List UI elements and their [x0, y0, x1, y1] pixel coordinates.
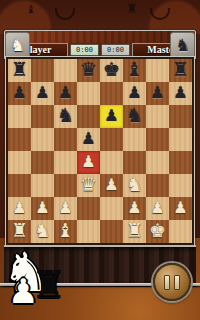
- black-pawn[interactable]: ♟: [35, 85, 49, 101]
- square-a1[interactable]: ♜: [8, 220, 31, 243]
- black-pawn[interactable]: ♟: [150, 85, 164, 101]
- app-logo: ♞ ♜ ♟: [2, 248, 86, 318]
- white-pawn[interactable]: ♟: [58, 200, 72, 216]
- square-f4[interactable]: [123, 151, 146, 174]
- square-h2[interactable]: ♟: [169, 197, 192, 220]
- square-h7[interactable]: ♟: [169, 82, 192, 105]
- square-f2[interactable]: ♟: [123, 197, 146, 220]
- white-rook[interactable]: ♜: [126, 221, 143, 240]
- square-f6[interactable]: ♞: [123, 105, 146, 128]
- square-h4[interactable]: [169, 151, 192, 174]
- square-h6[interactable]: [169, 105, 192, 128]
- square-g5[interactable]: [146, 128, 169, 151]
- banner-wood-strip: [27, 31, 173, 43]
- scroll-ornament: [55, 8, 75, 20]
- white-pawn[interactable]: ♟: [127, 200, 141, 216]
- square-f5[interactable]: [123, 128, 146, 151]
- white-bishop[interactable]: ♝: [57, 221, 74, 240]
- square-b8[interactable]: [31, 59, 54, 82]
- white-pawn[interactable]: ♟: [104, 177, 118, 193]
- square-d5[interactable]: ♟: [77, 128, 100, 151]
- player-info-banner: Player 0:00 0:00 Master ♞ ♞: [4, 30, 196, 60]
- white-player-clock: 0:00: [70, 44, 99, 56]
- square-f8[interactable]: ♝: [123, 59, 146, 82]
- square-d7[interactable]: [77, 82, 100, 105]
- top-ornament-strip: ♜ ♝: [0, 0, 200, 34]
- white-pawn[interactable]: ♟: [150, 200, 164, 216]
- square-e8[interactable]: ♚: [100, 59, 123, 82]
- square-g6[interactable]: [146, 105, 169, 128]
- square-f1[interactable]: ♜: [123, 220, 146, 243]
- white-knight-badge: ♞: [5, 32, 30, 59]
- black-rook[interactable]: ♜: [172, 60, 189, 79]
- black-queen[interactable]: ♛: [80, 60, 97, 79]
- square-d2[interactable]: [77, 197, 100, 220]
- square-c2[interactable]: ♟: [54, 197, 77, 220]
- white-knight-icon: ♞: [10, 37, 25, 54]
- square-d1[interactable]: [77, 220, 100, 243]
- square-c4[interactable]: [54, 151, 77, 174]
- black-knight[interactable]: ♞: [126, 106, 143, 125]
- black-knight-badge: ♞: [170, 32, 195, 59]
- square-d6[interactable]: [77, 105, 100, 128]
- black-king[interactable]: ♚: [103, 60, 120, 79]
- square-b5[interactable]: [31, 128, 54, 151]
- square-c6[interactable]: ♞: [54, 105, 77, 128]
- square-a4[interactable]: [8, 151, 31, 174]
- square-c3[interactable]: [54, 174, 77, 197]
- board-frame: ♜♛♚♝♜♟♟♟♟♟♟♞♟♞♟♟♛♟♞♟♟♟♟♟♟♜♞♝♜♚: [6, 57, 194, 245]
- square-g4[interactable]: [146, 151, 169, 174]
- square-a3[interactable]: [8, 174, 31, 197]
- square-b2[interactable]: ♟: [31, 197, 54, 220]
- square-b6[interactable]: [31, 105, 54, 128]
- square-b1[interactable]: ♞: [31, 220, 54, 243]
- square-h3[interactable]: [169, 174, 192, 197]
- black-player-clock: 0:00: [101, 44, 130, 56]
- square-a5[interactable]: [8, 128, 31, 151]
- square-g3[interactable]: [146, 174, 169, 197]
- white-knight[interactable]: ♞: [34, 221, 51, 240]
- pause-button[interactable]: [153, 263, 191, 301]
- black-pawn[interactable]: ♟: [12, 85, 26, 101]
- square-a8[interactable]: ♜: [8, 59, 31, 82]
- square-e5[interactable]: [100, 128, 123, 151]
- white-rook[interactable]: ♜: [11, 221, 28, 240]
- black-pawn[interactable]: ♟: [127, 85, 141, 101]
- square-g8[interactable]: [146, 59, 169, 82]
- square-g1[interactable]: ♚: [146, 220, 169, 243]
- square-e2[interactable]: [100, 197, 123, 220]
- decor-rook-icon: ♜: [126, 1, 138, 16]
- white-knight[interactable]: ♞: [126, 175, 143, 194]
- square-d4[interactable]: ♟: [77, 151, 100, 174]
- black-rook[interactable]: ♜: [11, 60, 28, 79]
- black-knight[interactable]: ♞: [57, 106, 74, 125]
- square-f3[interactable]: ♞: [123, 174, 146, 197]
- square-g7[interactable]: ♟: [146, 82, 169, 105]
- square-a7[interactable]: ♟: [8, 82, 31, 105]
- square-e3[interactable]: ♟: [100, 174, 123, 197]
- square-c8[interactable]: [54, 59, 77, 82]
- chess-board[interactable]: ♜♛♚♝♜♟♟♟♟♟♟♞♟♞♟♟♛♟♞♟♟♟♟♟♟♜♞♝♜♚: [8, 59, 192, 243]
- white-king[interactable]: ♚: [149, 221, 166, 240]
- chess-app-screen: ♜ ♝ Player 0:00 0:00 Master ♞ ♞ ♜♛♚♝♜♟♟♟…: [0, 0, 200, 320]
- square-b3[interactable]: [31, 174, 54, 197]
- square-d8[interactable]: ♛: [77, 59, 100, 82]
- black-pawn[interactable]: ♟: [104, 108, 118, 124]
- square-h8[interactable]: ♜: [169, 59, 192, 82]
- square-b7[interactable]: ♟: [31, 82, 54, 105]
- black-knight-icon: ♞: [175, 37, 190, 54]
- square-d3[interactable]: ♛: [77, 174, 100, 197]
- black-pawn[interactable]: ♟: [81, 131, 95, 147]
- logo-pawn-icon: ♟: [8, 274, 38, 308]
- white-pawn[interactable]: ♟: [81, 154, 95, 170]
- white-pawn[interactable]: ♟: [12, 200, 26, 216]
- square-a6[interactable]: [8, 105, 31, 128]
- square-a2[interactable]: ♟: [8, 197, 31, 220]
- scroll-ornament: [150, 8, 170, 20]
- white-pawn[interactable]: ♟: [173, 200, 187, 216]
- square-f7[interactable]: ♟: [123, 82, 146, 105]
- square-g2[interactable]: ♟: [146, 197, 169, 220]
- square-e6[interactable]: ♟: [100, 105, 123, 128]
- square-h5[interactable]: [169, 128, 192, 151]
- square-c7[interactable]: ♟: [54, 82, 77, 105]
- white-queen[interactable]: ♛: [80, 175, 97, 194]
- decor-bishop-icon: ♝: [26, 3, 36, 16]
- square-h1[interactable]: [169, 220, 192, 243]
- square-e7[interactable]: [100, 82, 123, 105]
- square-e4[interactable]: [100, 151, 123, 174]
- white-pawn[interactable]: ♟: [35, 200, 49, 216]
- black-bishop[interactable]: ♝: [126, 60, 143, 79]
- square-c1[interactable]: ♝: [54, 220, 77, 243]
- pause-icon: [174, 275, 180, 290]
- square-c5[interactable]: [54, 128, 77, 151]
- square-b4[interactable]: [31, 151, 54, 174]
- black-pawn[interactable]: ♟: [173, 85, 187, 101]
- black-pawn[interactable]: ♟: [58, 85, 72, 101]
- square-e1[interactable]: [100, 220, 123, 243]
- pause-icon: [164, 275, 170, 290]
